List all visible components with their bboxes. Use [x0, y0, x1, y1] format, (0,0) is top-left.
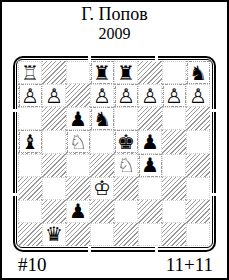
black-pawn-c2-icon: ♟ [68, 201, 89, 222]
square-g7: ♙ [162, 84, 186, 107]
black-pawn-c6-icon: ♟ [68, 108, 89, 129]
square-f4: ♟ [138, 154, 162, 177]
chess-problem-card: Г. Попов 2009 ♖♜♜♞♙♙♙♙♙♙♙♟♞♝♘♚♟♘♟♔♟♛ #10… [0, 0, 229, 280]
square-c3 [66, 177, 90, 200]
square-f8 [138, 61, 162, 84]
black-pawn-f4-icon: ♟ [140, 155, 161, 176]
black-rook-e8-icon: ♜ [116, 62, 137, 83]
square-b2 [42, 200, 66, 223]
square-e6 [114, 107, 138, 130]
square-h2 [186, 200, 210, 223]
white-king-d3-icon: ♔ [92, 178, 113, 199]
square-d5 [90, 130, 114, 153]
square-c7 [66, 84, 90, 107]
white-pawn-b7-icon: ♙ [44, 85, 65, 106]
square-f2 [138, 200, 162, 223]
material-count-label: 11+11 [166, 254, 213, 276]
chess-board: ♖♜♜♞♙♙♙♙♙♙♙♟♞♝♘♚♟♘♟♔♟♛ [18, 61, 210, 246]
square-h8: ♞ [186, 61, 210, 84]
square-g2 [162, 200, 186, 223]
square-b3 [42, 177, 66, 200]
square-f5: ♟ [138, 130, 162, 153]
square-h7: ♙ [186, 84, 210, 107]
square-h3 [186, 177, 210, 200]
square-b6 [42, 107, 66, 130]
square-b7: ♙ [42, 84, 66, 107]
square-a1 [18, 223, 42, 246]
white-pawn-d7-icon: ♙ [92, 85, 113, 106]
square-e5: ♚ [114, 130, 138, 153]
square-a2 [18, 200, 42, 223]
square-f7: ♙ [138, 84, 162, 107]
square-a7: ♙ [18, 84, 42, 107]
square-a3 [18, 177, 42, 200]
square-a6 [18, 107, 42, 130]
black-pawn-f5-icon: ♟ [140, 131, 161, 152]
square-g8 [162, 61, 186, 84]
square-d8: ♜ [90, 61, 114, 84]
square-c1 [66, 223, 90, 246]
square-d4 [90, 154, 114, 177]
square-h4 [186, 154, 210, 177]
square-g4 [162, 154, 186, 177]
square-e4: ♘ [114, 154, 138, 177]
white-pawn-f7-icon: ♙ [140, 85, 161, 106]
frame-gap-left-1 [12, 109, 19, 112]
white-pawn-a7-icon: ♙ [20, 85, 41, 106]
problem-year: 2009 [2, 25, 227, 43]
square-f1 [138, 223, 162, 246]
square-a4 [18, 154, 42, 177]
square-e7: ♙ [114, 84, 138, 107]
square-h1 [186, 223, 210, 246]
square-b4 [42, 154, 66, 177]
square-g3 [162, 177, 186, 200]
black-knight-h8-icon: ♞ [188, 62, 209, 83]
frame-gap-top-1 [88, 55, 91, 62]
square-e3 [114, 177, 138, 200]
white-knight-e4-icon: ♘ [116, 155, 137, 176]
frame-gap-right-1 [210, 109, 217, 112]
square-c6: ♟ [66, 107, 90, 130]
white-pawn-h7-icon: ♙ [188, 85, 209, 106]
white-rook-a8-icon: ♖ [20, 62, 41, 83]
caption-row: #10 11+11 [18, 254, 213, 276]
square-f3 [138, 177, 162, 200]
black-queen-b1-icon: ♛ [44, 224, 65, 245]
frame-gap-top-2 [155, 55, 158, 62]
frame-gap-right-2 [210, 193, 217, 196]
square-a5: ♝ [18, 130, 42, 153]
square-c2: ♟ [66, 200, 90, 223]
square-d2 [90, 200, 114, 223]
square-g5 [162, 130, 186, 153]
square-c4 [66, 154, 90, 177]
square-g1 [162, 223, 186, 246]
square-b8 [42, 61, 66, 84]
square-h6 [186, 107, 210, 130]
square-b5 [42, 130, 66, 153]
square-c8 [66, 61, 90, 84]
frame-gap-bottom-2 [155, 246, 158, 253]
square-h5 [186, 130, 210, 153]
square-f6 [138, 107, 162, 130]
square-d1 [90, 223, 114, 246]
chess-board-area: ♖♜♜♞♙♙♙♙♙♙♙♟♞♝♘♚♟♘♟♔♟♛ [13, 56, 216, 252]
frame-gap-bottom-1 [88, 246, 91, 253]
square-e8: ♜ [114, 61, 138, 84]
chess-board-frame: ♖♜♜♞♙♙♙♙♙♙♙♟♞♝♘♚♟♘♟♔♟♛ [13, 56, 216, 252]
square-g6 [162, 107, 186, 130]
square-a8: ♖ [18, 61, 42, 84]
square-c5: ♘ [66, 130, 90, 153]
problem-author: Г. Попов [2, 4, 227, 24]
white-knight-c5-icon: ♘ [68, 131, 89, 152]
square-d3: ♔ [90, 177, 114, 200]
square-b1: ♛ [42, 223, 66, 246]
chess-board-inner-frame: ♖♜♜♞♙♙♙♙♙♙♙♟♞♝♘♚♟♘♟♔♟♛ [16, 59, 213, 248]
stipulation-label: #10 [18, 254, 47, 276]
square-d6: ♞ [90, 107, 114, 130]
white-pawn-g7-icon: ♙ [164, 85, 185, 106]
white-pawn-e7-icon: ♙ [116, 85, 137, 106]
square-d7: ♙ [90, 84, 114, 107]
black-knight-d6-icon: ♞ [92, 108, 113, 129]
frame-gap-left-2 [12, 193, 19, 196]
black-king-e5-icon: ♚ [116, 131, 137, 152]
black-bishop-a5-icon: ♝ [20, 131, 41, 152]
square-e2 [114, 200, 138, 223]
black-rook-d8-icon: ♜ [92, 62, 113, 83]
square-e1 [114, 223, 138, 246]
